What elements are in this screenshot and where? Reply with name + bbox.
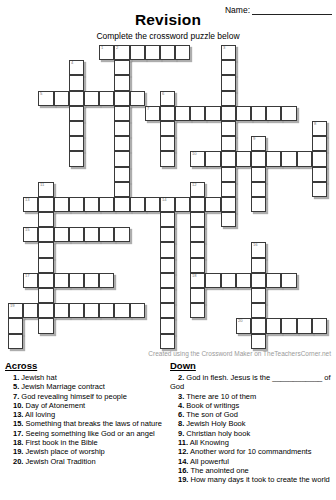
grid-cell[interactable] [190, 303, 205, 318]
grid-cell[interactable] [221, 106, 236, 121]
grid-cell[interactable] [160, 121, 175, 136]
grid-cell[interactable] [251, 106, 266, 121]
clue-item: 12. Another word for 10 commandments [170, 447, 336, 456]
clue-number: 14 [162, 198, 167, 202]
clue-number: 20 [238, 319, 243, 323]
clue-number: 18 [192, 274, 197, 278]
clue-item: 3. There are 10 of them [170, 392, 336, 401]
grid-cell[interactable] [99, 91, 114, 106]
grid-cell[interactable] [130, 197, 145, 212]
grid-cell[interactable] [130, 45, 145, 60]
grid-cell[interactable] [205, 197, 220, 212]
grid-cell[interactable] [281, 151, 296, 166]
grid-cell[interactable] [38, 273, 53, 288]
down-clue-list: 2. God in flesh. Jesus is the __________… [170, 373, 336, 485]
grid-cell[interactable] [160, 318, 175, 333]
grid-cell[interactable]: 5 [38, 91, 53, 106]
grid-cell[interactable] [38, 303, 53, 318]
grid-cell[interactable] [190, 288, 205, 303]
grid-cell[interactable] [84, 227, 99, 242]
grid-cell[interactable] [251, 303, 266, 318]
clue-item: 20. Jewish Oral Tradition [5, 457, 171, 466]
grid-cell[interactable] [297, 151, 312, 166]
down-clues: Down 2. God in flesh. Jesus is the _____… [170, 360, 336, 485]
grid-cell[interactable] [221, 167, 236, 182]
grid-cell[interactable] [160, 242, 175, 257]
clue-item: 15. Something that breaks the laws of na… [5, 419, 171, 428]
grid-cell[interactable] [8, 334, 23, 349]
grid-cell[interactable] [160, 212, 175, 227]
grid-cell[interactable] [99, 227, 114, 242]
grid-cell[interactable] [251, 258, 266, 273]
grid-cell[interactable] [251, 288, 266, 303]
clue-item: 10. Day of Atonement [5, 401, 171, 410]
grid-cell[interactable] [99, 303, 114, 318]
grid-cell[interactable]: 1 [99, 45, 114, 60]
grid-cell[interactable] [160, 303, 175, 318]
grid-cell[interactable] [266, 318, 281, 333]
clue-item: 18. First book in the Bible [5, 438, 171, 447]
grid-cell[interactable] [114, 182, 129, 197]
grid-cell[interactable]: 9 [251, 136, 266, 151]
clue-number: 4 [71, 61, 73, 65]
grid-cell[interactable] [54, 91, 69, 106]
across-clues: Across 1. Jewish hat5. Jewish Marriage c… [5, 360, 171, 466]
clue-item: 7. God revealing himself to people [5, 392, 171, 401]
grid-cell[interactable] [251, 167, 266, 182]
grid-cell[interactable]: 15 [23, 227, 38, 242]
across-clue-list: 1. Jewish hat5. Jewish Marriage contract… [5, 373, 171, 466]
clue-item: 16. The anointed one [170, 466, 336, 475]
grid-cell[interactable] [69, 136, 84, 151]
grid-cell[interactable]: 14 [160, 197, 175, 212]
clue-number: 16 [253, 243, 258, 247]
grid-cell[interactable] [38, 318, 53, 333]
grid-cell[interactable] [221, 197, 236, 212]
clue-number: 1 [101, 46, 103, 50]
clue-item: 9. Christian holy book [170, 429, 336, 438]
clue-number: 13 [25, 198, 30, 202]
clue-item: 8. Jewish Holy Book [170, 419, 336, 428]
grid-cell[interactable] [251, 197, 266, 212]
grid-cell[interactable] [221, 91, 236, 106]
grid-cell[interactable] [297, 318, 312, 333]
grid-cell[interactable]: 4 [69, 60, 84, 75]
grid-cell[interactable] [114, 121, 129, 136]
grid-cell[interactable] [69, 197, 84, 212]
grid-cell[interactable] [312, 167, 327, 182]
grid-cell[interactable] [236, 151, 251, 166]
grid-cell[interactable] [160, 136, 175, 151]
grid-cell[interactable] [38, 197, 53, 212]
grid-cell[interactable]: 7 [145, 106, 160, 121]
grid-cell[interactable] [145, 197, 160, 212]
grid-cell[interactable]: 19 [8, 303, 23, 318]
grid-cell[interactable] [114, 151, 129, 166]
grid-cell[interactable] [8, 318, 23, 333]
grid-cell[interactable] [38, 212, 53, 227]
grid-cell[interactable]: 11 [38, 182, 53, 197]
grid-cell[interactable] [130, 91, 145, 106]
grid-cell[interactable] [69, 75, 84, 90]
clue-number: 10 [192, 152, 197, 156]
clue-item: 4. Book of writings [170, 401, 336, 410]
grid-cell[interactable] [221, 212, 236, 227]
grid-cell[interactable] [130, 303, 145, 318]
grid-cell[interactable] [69, 227, 84, 242]
grid-cell[interactable] [175, 45, 190, 60]
grid-cell[interactable] [23, 303, 38, 318]
clue-number: 5 [40, 92, 42, 96]
clue-item: 14. All powerful [170, 457, 336, 466]
grid-cell[interactable] [84, 303, 99, 318]
grid-cell[interactable]: 18 [190, 273, 205, 288]
grid-cell[interactable] [69, 106, 84, 121]
grid-cell[interactable] [114, 197, 129, 212]
grid-cell[interactable] [221, 121, 236, 136]
grid-cell[interactable] [160, 227, 175, 242]
credit-text: Created using the Crossword Maker on The… [148, 350, 331, 357]
grid-cell[interactable]: 8 [312, 121, 327, 136]
grid-cell[interactable]: 2 [114, 45, 129, 60]
grid-cell[interactable] [145, 45, 160, 60]
grid-cell[interactable] [160, 273, 175, 288]
grid-cell[interactable] [114, 136, 129, 151]
grid-cell[interactable] [221, 273, 236, 288]
grid-cell[interactable] [160, 45, 175, 60]
clue-item: 1. Jewish hat [5, 373, 171, 382]
grid-cell[interactable]: 20 [236, 318, 251, 333]
clue-number: 8 [314, 122, 316, 126]
grid-cell[interactable] [84, 91, 99, 106]
grid-cell[interactable] [205, 273, 220, 288]
grid-cell[interactable] [281, 106, 296, 121]
grid-cell[interactable] [266, 273, 281, 288]
grid-cell[interactable] [160, 288, 175, 303]
grid-cell[interactable] [54, 227, 69, 242]
down-heading: Down [170, 360, 336, 371]
crossword-grid: 1234567891011121314151617181920 [8, 45, 327, 349]
grid-cell[interactable] [312, 318, 327, 333]
grid-cell[interactable] [312, 182, 327, 197]
grid-cell[interactable] [251, 182, 266, 197]
grid-cell[interactable] [251, 151, 266, 166]
clue-item: 17. Seeing something like God or an ange… [5, 429, 171, 438]
grid-cell[interactable] [160, 334, 175, 349]
grid-cell[interactable] [221, 75, 236, 90]
grid-cell[interactable]: 6 [160, 91, 175, 106]
grid-cell[interactable] [190, 227, 205, 242]
grid-cell[interactable] [160, 258, 175, 273]
grid-cell[interactable] [69, 303, 84, 318]
grid-cell[interactable] [38, 258, 53, 273]
grid-cell[interactable] [190, 106, 205, 121]
grid-cell[interactable] [114, 227, 129, 242]
grid-cell[interactable]: 16 [251, 242, 266, 257]
grid-cell[interactable] [99, 273, 114, 288]
grid-cell[interactable] [38, 242, 53, 257]
grid-cell[interactable] [236, 106, 251, 121]
grid-cell[interactable] [251, 273, 266, 288]
grid-cell[interactable] [221, 60, 236, 75]
grid-cell[interactable] [54, 197, 69, 212]
clue-number: 19 [10, 304, 15, 308]
clue-item: 19. Jewish place of worship [5, 447, 171, 456]
grid-cell[interactable] [84, 197, 99, 212]
grid-cell[interactable] [175, 197, 190, 212]
clue-item: 13. All loving [5, 410, 171, 419]
grid-cell[interactable] [312, 136, 327, 151]
grid-cell[interactable] [54, 303, 69, 318]
grid-cell[interactable] [205, 106, 220, 121]
grid-cell[interactable] [38, 288, 53, 303]
grid-cell[interactable]: 3 [221, 45, 236, 60]
grid-cell[interactable] [99, 197, 114, 212]
clue-number: 15 [25, 228, 30, 232]
grid-cell[interactable] [114, 167, 129, 182]
clue-item: 5. Jewish Marriage contract [5, 382, 171, 391]
grid-cell[interactable] [312, 151, 327, 166]
grid-cell[interactable] [84, 273, 99, 288]
grid-cell[interactable] [281, 273, 296, 288]
clue-item: 11. All Knowing [170, 438, 336, 447]
grid-cell[interactable] [266, 106, 281, 121]
grid-cell[interactable] [114, 91, 129, 106]
grid-cell[interactable] [236, 273, 251, 288]
grid-cell[interactable] [160, 151, 175, 166]
grid-cell[interactable] [69, 151, 84, 166]
clue-number: 17 [25, 274, 30, 278]
grid-cell[interactable] [114, 106, 129, 121]
clue-item: 2. God in flesh. Jesus is the __________… [170, 373, 336, 392]
grid-cell[interactable] [190, 242, 205, 257]
page-title: Revision [0, 11, 336, 29]
grid-cell[interactable]: 10 [190, 151, 205, 166]
grid-cell[interactable]: 17 [23, 273, 38, 288]
clue-number: 12 [192, 183, 197, 187]
grid-cell[interactable]: 12 [190, 182, 205, 197]
clue-number: 3 [223, 46, 225, 50]
grid-cell[interactable] [38, 227, 53, 242]
grid-cell[interactable] [114, 303, 129, 318]
grid-cell[interactable] [160, 106, 175, 121]
grid-cell[interactable]: 13 [23, 197, 38, 212]
grid-cell[interactable] [69, 91, 84, 106]
grid-cell[interactable] [251, 334, 266, 349]
grid-cell[interactable] [190, 212, 205, 227]
clue-number: 9 [253, 137, 255, 141]
grid-cell[interactable] [69, 121, 84, 136]
grid-cell[interactable] [114, 60, 129, 75]
clue-number: 6 [162, 92, 164, 96]
grid-cell[interactable] [221, 182, 236, 197]
across-heading: Across [5, 360, 171, 371]
grid-cell[interactable] [190, 258, 205, 273]
grid-cell[interactable] [69, 273, 84, 288]
grid-cell[interactable] [251, 318, 266, 333]
grid-cell[interactable] [190, 197, 205, 212]
grid-cell[interactable] [205, 151, 220, 166]
grid-cell[interactable] [281, 318, 296, 333]
grid-cell[interactable] [114, 75, 129, 90]
grid-cell[interactable] [221, 136, 236, 151]
grid-cell[interactable] [221, 151, 236, 166]
page-subtitle: Complete the crossword puzzle below [0, 31, 336, 41]
clue-number: 2 [116, 46, 118, 50]
grid-cell[interactable] [175, 106, 190, 121]
clue-number: 7 [147, 107, 149, 111]
clue-item: 19. How many days it took to create the … [170, 475, 336, 484]
clue-item: 6. The son of God [170, 410, 336, 419]
grid-cell[interactable] [266, 151, 281, 166]
grid-cell[interactable] [54, 273, 69, 288]
worksheet-page: Name: Revision Complete the crossword pu… [0, 0, 336, 500]
clue-number: 11 [40, 183, 44, 187]
